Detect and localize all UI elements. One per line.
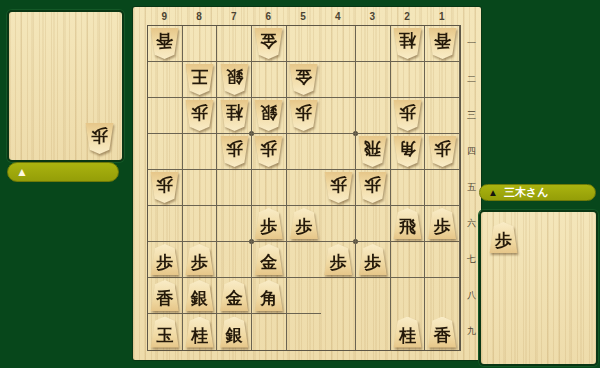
square-6-9[interactable] <box>252 314 287 350</box>
shogi-piece-金-sente[interactable]: 金 <box>220 280 249 311</box>
piece-kanji: 香 <box>156 28 173 49</box>
square-1-4[interactable]: 歩 <box>425 134 460 170</box>
square-7-6[interactable] <box>217 206 252 242</box>
square-4-2[interactable] <box>321 62 356 98</box>
piece-kanji: 歩 <box>156 172 173 193</box>
square-5-2[interactable]: 金 <box>287 62 322 98</box>
square-5-9[interactable] <box>287 314 322 350</box>
square-7-7[interactable] <box>217 242 252 278</box>
square-4-4[interactable] <box>321 134 356 170</box>
shogi-piece-銀-sente[interactable]: 銀 <box>185 280 214 311</box>
piece-kanji: 香 <box>156 290 173 311</box>
rank-label-2: 二 <box>463 61 480 97</box>
shogi-board[interactable]: 香金桂香王銀金歩桂銀歩歩歩歩飛角歩歩歩歩歩歩飛歩歩歩金歩歩香銀金角玉桂銀桂香 <box>147 25 461 351</box>
square-2-7[interactable] <box>391 242 426 278</box>
shogi-piece-歩-sente[interactable]: 歩 <box>428 208 457 239</box>
piece-kanji: 王 <box>191 64 208 85</box>
shogi-piece-香-sente[interactable]: 香 <box>428 317 457 348</box>
shogi-piece-桂-gote[interactable]: 桂 <box>393 28 422 59</box>
rank-label-6: 六 <box>463 205 480 241</box>
shogi-piece-王-gote[interactable]: 王 <box>185 64 214 95</box>
piece-kanji: 玉 <box>156 327 173 348</box>
file-label-1: 1 <box>424 7 459 25</box>
piece-kanji: 角 <box>399 136 416 157</box>
shogi-board-panel: 987654321 香金桂香王銀金歩桂銀歩歩歩歩飛角歩歩歩歩歩歩飛歩歩歩金歩歩香… <box>133 7 481 360</box>
file-label-9: 9 <box>147 7 182 25</box>
sente-turn-marker-icon: ▲ <box>488 188 498 198</box>
square-1-1[interactable]: 香 <box>425 26 460 62</box>
shogi-piece-香-gote[interactable]: 香 <box>150 28 179 59</box>
square-2-4[interactable]: 角 <box>391 134 426 170</box>
piece-kanji: 飛 <box>399 218 416 239</box>
piece-kanji: 歩 <box>330 172 347 193</box>
shogi-piece-歩-sente[interactable]: 歩 <box>324 244 353 275</box>
file-label-7: 7 <box>216 7 251 25</box>
piece-kanji: 桂 <box>399 327 416 348</box>
piece-kanji: 桂 <box>399 28 416 49</box>
square-7-9[interactable]: 銀 <box>217 314 252 350</box>
sente-captured-tray: 歩 <box>479 210 598 366</box>
piece-kanji: 歩 <box>399 100 416 121</box>
square-9-1[interactable]: 香 <box>148 26 183 62</box>
piece-kanji: 銀 <box>191 290 208 311</box>
square-1-9[interactable]: 香 <box>425 314 460 350</box>
rank-label-1: 一 <box>463 25 480 61</box>
piece-kanji: 香 <box>434 28 451 49</box>
square-5-4[interactable] <box>287 134 322 170</box>
square-7-3[interactable]: 桂 <box>217 98 252 134</box>
square-8-7[interactable]: 歩 <box>183 242 218 278</box>
square-3-4[interactable]: 飛 <box>356 134 391 170</box>
square-5-3[interactable]: 歩 <box>287 98 322 134</box>
file-label-5: 5 <box>286 7 321 25</box>
piece-kanji: 歩 <box>191 100 208 121</box>
piece-kanji: 金 <box>260 254 277 275</box>
square-1-6[interactable]: 歩 <box>425 206 460 242</box>
square-5-7[interactable] <box>287 242 322 278</box>
sente-player-name: 三木さん <box>504 187 549 198</box>
square-8-9[interactable]: 桂 <box>183 314 218 350</box>
square-6-7[interactable]: 金 <box>252 242 287 278</box>
shogi-piece-金-gote[interactable]: 金 <box>289 64 318 95</box>
square-6-4[interactable]: 歩 <box>252 134 287 170</box>
square-9-8[interactable]: 香 <box>148 278 183 314</box>
shogi-piece-歩-sente[interactable]: 歩 <box>150 244 179 275</box>
square-9-6[interactable] <box>148 206 183 242</box>
square-6-6[interactable]: 歩 <box>252 206 287 242</box>
shogi-piece-歩-gote[interactable]: 歩 <box>220 136 249 167</box>
square-7-8[interactable]: 金 <box>217 278 252 314</box>
shogi-piece-飛-sente[interactable]: 飛 <box>393 208 422 239</box>
square-7-2[interactable]: 銀 <box>217 62 252 98</box>
shogi-piece-歩-sente[interactable]: 歩 <box>254 208 283 239</box>
square-1-5[interactable] <box>425 170 460 206</box>
rank-label-7: 七 <box>463 241 480 277</box>
file-label-2: 2 <box>390 7 425 25</box>
square-6-3[interactable]: 銀 <box>252 98 287 134</box>
square-9-3[interactable] <box>148 98 183 134</box>
shogi-piece-金-sente[interactable]: 金 <box>254 244 283 275</box>
shogi-app: 歩 ▲ 987654321 香金桂香王銀金歩桂銀歩歩歩歩飛角歩歩歩歩歩歩飛歩歩歩… <box>0 0 600 368</box>
square-2-9[interactable]: 桂 <box>391 314 426 350</box>
shogi-piece-銀-gote[interactable]: 銀 <box>254 100 283 131</box>
rank-label-9: 九 <box>463 313 480 349</box>
piece-kanji: 歩 <box>226 136 243 157</box>
square-9-4[interactable] <box>148 134 183 170</box>
shogi-piece-香-sente[interactable]: 香 <box>150 280 179 311</box>
square-1-8[interactable] <box>425 278 460 314</box>
square-4-9[interactable] <box>321 314 356 350</box>
piece-kanji: 飛 <box>364 136 381 157</box>
square-6-2[interactable] <box>252 62 287 98</box>
shogi-piece-銀-gote[interactable]: 銀 <box>220 64 249 95</box>
square-4-8[interactable] <box>321 278 356 314</box>
piece-kanji: 歩 <box>495 232 512 253</box>
square-3-3[interactable] <box>356 98 391 134</box>
shogi-piece-桂-sente[interactable]: 桂 <box>185 317 214 348</box>
piece-kanji: 銀 <box>260 100 277 121</box>
square-3-5[interactable]: 歩 <box>356 170 391 206</box>
piece-kanji: 歩 <box>295 218 312 239</box>
piece-kanji: 桂 <box>191 327 208 348</box>
square-1-3[interactable] <box>425 98 460 134</box>
square-1-2[interactable] <box>425 62 460 98</box>
square-2-8[interactable] <box>391 278 426 314</box>
square-6-1[interactable]: 金 <box>252 26 287 62</box>
piece-kanji: 金 <box>295 64 312 85</box>
square-3-9[interactable] <box>356 314 391 350</box>
shogi-piece-歩-gote[interactable]: 歩 <box>254 136 283 167</box>
square-7-5[interactable] <box>217 170 252 206</box>
piece-kanji: 銀 <box>226 64 243 85</box>
shogi-piece-歩-gote[interactable]: 歩 <box>185 100 214 131</box>
shogi-piece-歩-gote[interactable]: 歩 <box>85 123 114 154</box>
piece-kanji: 歩 <box>156 254 173 275</box>
square-9-5[interactable]: 歩 <box>148 170 183 206</box>
piece-kanji: 歩 <box>434 218 451 239</box>
file-label-8: 8 <box>182 7 217 25</box>
gote-turn-marker-icon: ▲ <box>16 166 28 178</box>
square-8-8[interactable]: 銀 <box>183 278 218 314</box>
gote-captured-tray: 歩 <box>7 10 124 162</box>
square-6-5[interactable] <box>252 170 287 206</box>
square-7-4[interactable]: 歩 <box>217 134 252 170</box>
file-label-4: 4 <box>320 7 355 25</box>
gote-hand-pieces: 歩 <box>85 123 114 154</box>
piece-kanji: 銀 <box>226 327 243 348</box>
square-5-6[interactable]: 歩 <box>287 206 322 242</box>
piece-kanji: 歩 <box>260 136 277 157</box>
square-4-3[interactable] <box>321 98 356 134</box>
file-label-6: 6 <box>251 7 286 25</box>
rank-label-8: 八 <box>463 277 480 313</box>
square-7-1[interactable] <box>217 26 252 62</box>
piece-kanji: 歩 <box>364 172 381 193</box>
rank-coordinates: 一二三四五六七八九 <box>463 25 480 349</box>
square-2-1[interactable]: 桂 <box>391 26 426 62</box>
square-3-1[interactable] <box>356 26 391 62</box>
shogi-piece-歩-gote[interactable]: 歩 <box>289 100 318 131</box>
shogi-piece-香-gote[interactable]: 香 <box>428 28 457 59</box>
square-8-5[interactable] <box>183 170 218 206</box>
square-4-1[interactable] <box>321 26 356 62</box>
square-9-7[interactable]: 歩 <box>148 242 183 278</box>
piece-kanji: 歩 <box>295 100 312 121</box>
shogi-piece-桂-sente[interactable]: 桂 <box>393 317 422 348</box>
piece-kanji: 歩 <box>434 136 451 157</box>
square-2-5[interactable] <box>391 170 426 206</box>
shogi-piece-飛-gote[interactable]: 飛 <box>358 136 387 167</box>
square-8-3[interactable]: 歩 <box>183 98 218 134</box>
file-coordinates: 987654321 <box>147 7 459 25</box>
square-3-6[interactable] <box>356 206 391 242</box>
square-2-3[interactable]: 歩 <box>391 98 426 134</box>
shogi-piece-歩-sente[interactable]: 歩 <box>185 244 214 275</box>
piece-kanji: 歩 <box>191 254 208 275</box>
shogi-piece-歩-sente[interactable]: 歩 <box>358 244 387 275</box>
square-9-9[interactable]: 玉 <box>148 314 183 350</box>
piece-kanji: 歩 <box>364 254 381 275</box>
shogi-piece-桂-gote[interactable]: 桂 <box>220 100 249 131</box>
shogi-piece-玉-sente[interactable]: 玉 <box>150 317 179 348</box>
shogi-piece-歩-sente[interactable]: 歩 <box>489 222 518 253</box>
rank-label-3: 三 <box>463 97 480 133</box>
rank-label-5: 五 <box>463 169 480 205</box>
square-4-7[interactable]: 歩 <box>321 242 356 278</box>
square-2-2[interactable] <box>391 62 426 98</box>
shogi-piece-歩-gote[interactable]: 歩 <box>150 172 179 203</box>
shogi-piece-歩-gote[interactable]: 歩 <box>393 100 422 131</box>
shogi-piece-角-gote[interactable]: 角 <box>393 136 422 167</box>
square-6-8[interactable]: 角 <box>252 278 287 314</box>
square-3-8[interactable] <box>356 278 391 314</box>
square-4-6[interactable] <box>321 206 356 242</box>
square-2-6[interactable]: 飛 <box>391 206 426 242</box>
piece-kanji: 歩 <box>330 254 347 275</box>
shogi-piece-角-sente[interactable]: 角 <box>254 280 283 311</box>
piece-kanji: 歩 <box>91 123 108 144</box>
square-5-8[interactable] <box>287 278 322 314</box>
square-1-7[interactable] <box>425 242 460 278</box>
shogi-piece-銀-sente[interactable]: 銀 <box>220 317 249 348</box>
piece-kanji: 桂 <box>226 100 243 121</box>
piece-kanji: 金 <box>260 28 277 49</box>
piece-kanji: 金 <box>226 290 243 311</box>
shogi-piece-歩-sente[interactable]: 歩 <box>289 208 318 239</box>
square-5-1[interactable] <box>287 26 322 62</box>
file-label-3: 3 <box>355 7 390 25</box>
shogi-piece-歩-gote[interactable]: 歩 <box>324 172 353 203</box>
square-5-5[interactable] <box>287 170 322 206</box>
sente-hand-pieces: 歩 <box>489 222 518 253</box>
piece-kanji: 香 <box>434 327 451 348</box>
square-8-1[interactable] <box>183 26 218 62</box>
shogi-piece-金-gote[interactable]: 金 <box>254 28 283 59</box>
square-4-5[interactable]: 歩 <box>321 170 356 206</box>
sente-name-bar: ▲ 三木さん <box>479 184 596 201</box>
piece-kanji: 歩 <box>260 218 277 239</box>
square-8-6[interactable] <box>183 206 218 242</box>
shogi-piece-歩-gote[interactable]: 歩 <box>428 136 457 167</box>
square-8-4[interactable] <box>183 134 218 170</box>
square-3-7[interactable]: 歩 <box>356 242 391 278</box>
square-9-2[interactable] <box>148 62 183 98</box>
square-3-2[interactable] <box>356 62 391 98</box>
shogi-piece-歩-gote[interactable]: 歩 <box>358 172 387 203</box>
rank-label-4: 四 <box>463 133 480 169</box>
gote-name-bar: ▲ <box>7 162 119 182</box>
square-8-2[interactable]: 王 <box>183 62 218 98</box>
piece-kanji: 角 <box>260 290 277 311</box>
